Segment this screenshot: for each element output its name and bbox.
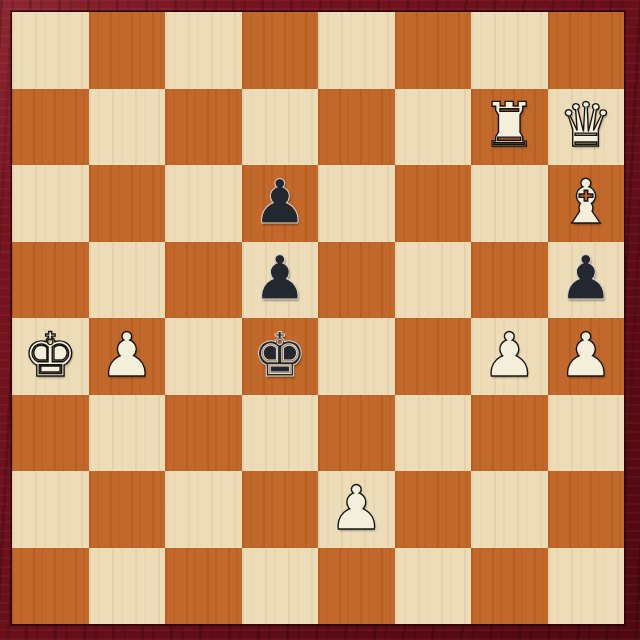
square-d6[interactable]: ♟ — [242, 165, 319, 242]
piece-black-pawn: ♟ — [252, 247, 307, 308]
square-b7[interactable] — [89, 89, 166, 166]
square-e4[interactable] — [318, 318, 395, 395]
square-a5[interactable] — [12, 242, 89, 319]
square-b6[interactable] — [89, 165, 166, 242]
square-c6[interactable] — [165, 165, 242, 242]
square-b8[interactable] — [89, 12, 166, 89]
square-c4[interactable] — [165, 318, 242, 395]
piece-white-pawn: ♟ — [482, 324, 537, 385]
square-g8[interactable] — [471, 12, 548, 89]
square-d3[interactable] — [242, 395, 319, 472]
square-b5[interactable] — [89, 242, 166, 319]
piece-black-king: ♚ — [252, 324, 307, 385]
chess-board: ♜♛♟♝♟♟♚♟♚♟♟♟ — [11, 11, 625, 625]
square-b2[interactable] — [89, 471, 166, 548]
square-a2[interactable] — [12, 471, 89, 548]
square-d7[interactable] — [242, 89, 319, 166]
square-g5[interactable] — [471, 242, 548, 319]
square-e5[interactable] — [318, 242, 395, 319]
square-c8[interactable] — [165, 12, 242, 89]
square-d1[interactable] — [242, 548, 319, 625]
square-f1[interactable] — [395, 548, 472, 625]
piece-black-pawn: ♟ — [252, 171, 307, 232]
square-f7[interactable] — [395, 89, 472, 166]
square-c5[interactable] — [165, 242, 242, 319]
square-c1[interactable] — [165, 548, 242, 625]
piece-white-pawn: ♟ — [558, 324, 613, 385]
square-e7[interactable] — [318, 89, 395, 166]
square-g3[interactable] — [471, 395, 548, 472]
square-h7[interactable]: ♛ — [548, 89, 625, 166]
square-e6[interactable] — [318, 165, 395, 242]
square-d8[interactable] — [242, 12, 319, 89]
square-e1[interactable] — [318, 548, 395, 625]
square-f3[interactable] — [395, 395, 472, 472]
piece-white-queen: ♛ — [558, 94, 613, 155]
piece-black-pawn: ♟ — [558, 247, 613, 308]
square-c3[interactable] — [165, 395, 242, 472]
square-h8[interactable] — [548, 12, 625, 89]
square-h6[interactable]: ♝ — [548, 165, 625, 242]
square-d5[interactable]: ♟ — [242, 242, 319, 319]
square-a4[interactable]: ♚ — [12, 318, 89, 395]
square-a3[interactable] — [12, 395, 89, 472]
square-b1[interactable] — [89, 548, 166, 625]
square-e2[interactable]: ♟ — [318, 471, 395, 548]
square-f5[interactable] — [395, 242, 472, 319]
square-h1[interactable] — [548, 548, 625, 625]
piece-white-rook: ♜ — [482, 94, 537, 155]
square-a6[interactable] — [12, 165, 89, 242]
square-g4[interactable]: ♟ — [471, 318, 548, 395]
square-a8[interactable] — [12, 12, 89, 89]
square-g7[interactable]: ♜ — [471, 89, 548, 166]
square-g1[interactable] — [471, 548, 548, 625]
square-b4[interactable]: ♟ — [89, 318, 166, 395]
square-f2[interactable] — [395, 471, 472, 548]
piece-white-bishop: ♝ — [558, 171, 613, 232]
square-h4[interactable]: ♟ — [548, 318, 625, 395]
square-a1[interactable] — [12, 548, 89, 625]
board-frame: ♜♛♟♝♟♟♚♟♚♟♟♟ — [0, 0, 640, 640]
square-c2[interactable] — [165, 471, 242, 548]
square-g2[interactable] — [471, 471, 548, 548]
square-h5[interactable]: ♟ — [548, 242, 625, 319]
piece-white-pawn: ♟ — [99, 324, 154, 385]
square-d4[interactable]: ♚ — [242, 318, 319, 395]
square-b3[interactable] — [89, 395, 166, 472]
square-a7[interactable] — [12, 89, 89, 166]
square-h2[interactable] — [548, 471, 625, 548]
square-f6[interactable] — [395, 165, 472, 242]
square-h3[interactable] — [548, 395, 625, 472]
piece-white-king: ♚ — [23, 324, 78, 385]
piece-white-pawn: ♟ — [329, 477, 384, 538]
square-d2[interactable] — [242, 471, 319, 548]
square-f4[interactable] — [395, 318, 472, 395]
square-f8[interactable] — [395, 12, 472, 89]
square-c7[interactable] — [165, 89, 242, 166]
square-e8[interactable] — [318, 12, 395, 89]
square-e3[interactable] — [318, 395, 395, 472]
square-g6[interactable] — [471, 165, 548, 242]
